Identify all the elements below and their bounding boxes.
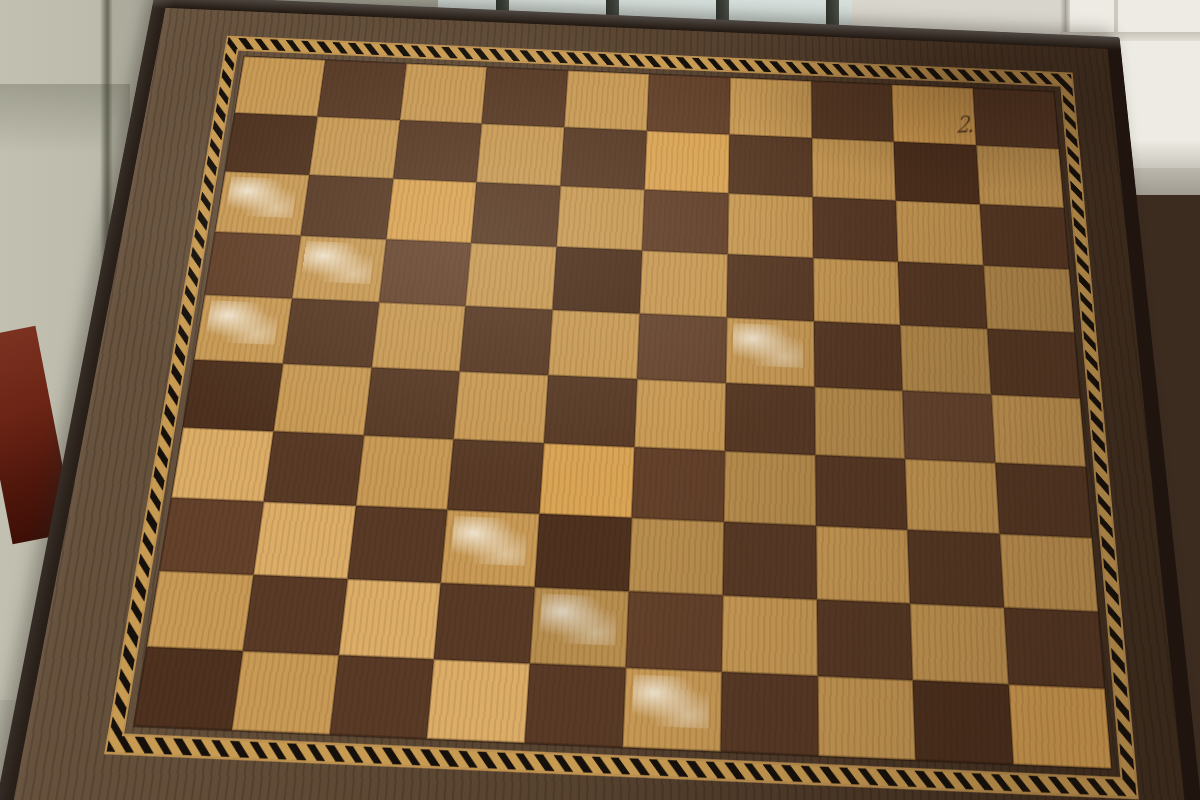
square-r10c2: [232, 651, 339, 735]
square-r6c1: [183, 360, 283, 432]
square-r9c2: [243, 575, 347, 655]
square-r3c6: [642, 190, 728, 255]
square-r8c4: [441, 510, 540, 587]
square-r5c3: [371, 302, 465, 371]
square-r1c2: [317, 60, 406, 120]
square-r2c9: [894, 142, 980, 205]
square-r7c10: [995, 463, 1091, 538]
square-r5c10: [987, 329, 1080, 399]
square-r3c5: [557, 186, 645, 251]
square-r5c7: [726, 317, 815, 386]
square-r9c4: [434, 583, 535, 663]
square-r4c6: [640, 250, 728, 317]
square-r5c4: [460, 306, 553, 375]
square-r10c3: [329, 655, 434, 739]
square-r1c6: [647, 74, 730, 134]
square-r5c5: [548, 310, 639, 379]
square-r4c1: [205, 232, 301, 299]
square-r1c5: [564, 71, 649, 131]
square-r8c6: [629, 518, 724, 596]
square-r2c5: [561, 127, 647, 189]
square-r4c3: [379, 239, 472, 306]
square-r10c6: [623, 668, 722, 752]
square-r5c9: [900, 325, 991, 395]
square-r10c10: [1009, 684, 1112, 768]
square-r6c9: [903, 391, 996, 463]
games-table: 2.: [0, 0, 1200, 800]
square-r5c1: [194, 295, 292, 364]
square-r1c1: [235, 56, 325, 116]
square-r2c7: [728, 134, 812, 196]
square-r7c5: [540, 443, 635, 518]
square-r2c8: [812, 138, 896, 201]
square-r4c4: [466, 243, 557, 310]
square-r9c7: [722, 595, 818, 676]
square-r3c1: [215, 171, 309, 235]
square-r10c9: [913, 680, 1014, 764]
square-r1c3: [400, 63, 487, 123]
square-r9c3: [338, 579, 441, 659]
square-r6c3: [364, 368, 460, 440]
square-r3c4: [471, 182, 560, 246]
square-r9c8: [816, 599, 913, 680]
square-r4c9: [898, 262, 987, 329]
square-r7c8: [815, 455, 908, 530]
wall-shadow: [0, 84, 130, 154]
square-r1c7: [729, 78, 811, 138]
square-r8c7: [723, 522, 817, 600]
square-r3c9: [896, 201, 984, 266]
square-r4c10: [984, 265, 1075, 332]
square-r9c6: [626, 591, 723, 672]
square-r10c7: [720, 672, 818, 756]
square-r7c4: [448, 439, 545, 514]
square-r5c2: [283, 298, 379, 367]
square-r2c10: [976, 145, 1063, 208]
square-r7c2: [263, 431, 363, 505]
square-r2c4: [477, 124, 565, 186]
square-r3c8: [812, 197, 898, 262]
ink-mark: 2.: [955, 111, 972, 139]
square-r9c10: [1004, 608, 1104, 689]
square-r6c4: [454, 371, 549, 443]
square-r6c5: [544, 375, 637, 447]
square-r2c6: [644, 131, 729, 193]
square-r6c8: [814, 387, 905, 459]
square-r7c7: [724, 451, 816, 526]
square-r8c3: [347, 506, 447, 583]
square-r9c1: [147, 571, 253, 651]
photo-scene: 2.: [0, 0, 1200, 800]
square-r4c7: [727, 254, 814, 321]
square-r10c8: [817, 676, 916, 760]
square-r8c5: [535, 514, 632, 591]
square-r1c9: 2.: [892, 85, 976, 146]
square-r3c2: [301, 175, 393, 239]
square-r10c4: [427, 659, 530, 743]
square-r10c1: [134, 647, 243, 730]
square-r6c10: [991, 395, 1085, 467]
square-r1c10: [973, 88, 1059, 149]
square-r3c10: [980, 204, 1069, 269]
square-r2c1: [225, 113, 317, 175]
square-r7c9: [905, 459, 1000, 534]
square-r1c4: [482, 67, 568, 127]
square-r7c3: [356, 435, 454, 509]
square-r7c1: [171, 427, 273, 501]
square-r2c3: [393, 120, 482, 182]
square-r10c5: [525, 663, 626, 747]
square-r3c3: [386, 179, 477, 243]
square-r4c5: [553, 247, 642, 314]
square-r5c8: [814, 321, 903, 391]
square-r6c7: [725, 383, 815, 455]
square-r9c9: [910, 604, 1008, 685]
square-r3c7: [727, 193, 812, 258]
square-r8c10: [1000, 534, 1098, 612]
square-r6c2: [273, 364, 371, 436]
square-r8c2: [253, 502, 355, 579]
square-r9c5: [530, 587, 629, 668]
square-r4c8: [813, 258, 901, 325]
square-r8c8: [816, 526, 911, 604]
checkerboard: 2.: [134, 56, 1112, 768]
square-r4c2: [292, 236, 386, 303]
square-r8c1: [159, 498, 263, 575]
square-r2c2: [309, 116, 400, 178]
square-r8c9: [908, 530, 1004, 608]
square-r1c8: [811, 81, 894, 141]
square-r7c6: [632, 447, 725, 522]
square-r6c6: [634, 379, 725, 451]
square-r5c6: [637, 314, 727, 383]
